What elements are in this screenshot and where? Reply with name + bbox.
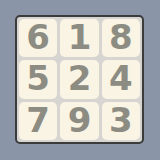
cell-digit: 8 xyxy=(109,20,133,54)
cell-digit: 1 xyxy=(68,20,92,54)
cell-digit: 6 xyxy=(26,20,50,54)
cell-digit: 5 xyxy=(26,61,50,95)
cell-r1c2[interactable]: 4 xyxy=(102,60,140,98)
cell-r1c1[interactable]: 2 xyxy=(60,60,98,98)
cell-r1c0[interactable]: 5 xyxy=(19,60,57,98)
cell-digit: 3 xyxy=(109,103,133,137)
cell-r2c1[interactable]: 9 xyxy=(60,102,98,140)
cell-r2c0[interactable]: 7 xyxy=(19,102,57,140)
number-grid-board: 6 1 8 5 2 4 7 9 3 xyxy=(15,15,144,144)
cell-r2c2[interactable]: 3 xyxy=(102,102,140,140)
cell-digit: 9 xyxy=(68,103,92,137)
cell-digit: 4 xyxy=(109,61,133,95)
cell-r0c0[interactable]: 6 xyxy=(19,19,57,57)
cell-r0c2[interactable]: 8 xyxy=(102,19,140,57)
cell-r0c1[interactable]: 1 xyxy=(60,19,98,57)
cell-digit: 2 xyxy=(68,61,92,95)
cell-digit: 7 xyxy=(26,103,50,137)
